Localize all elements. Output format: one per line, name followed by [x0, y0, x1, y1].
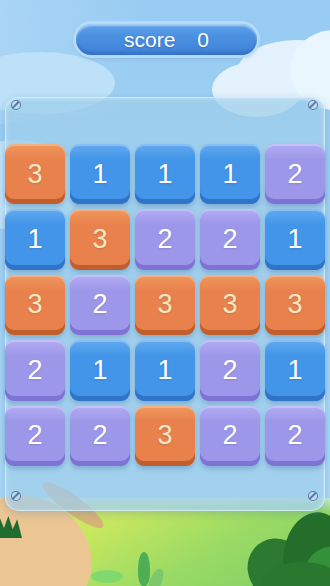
tile-r4c3-blue-1[interactable]: 1	[135, 340, 195, 400]
score-display: score 0	[76, 24, 257, 55]
board-panel: 3111213221323332112122322	[5, 97, 325, 511]
score-label: score	[124, 28, 175, 52]
grass-patch	[91, 570, 123, 583]
sprout-leaf	[138, 552, 150, 586]
tile-r3c2-purple-2[interactable]: 2	[70, 275, 130, 335]
score-value: 0	[197, 28, 209, 52]
screw-icon	[308, 100, 318, 110]
tile-r5c1-purple-2[interactable]: 2	[5, 406, 65, 466]
tile-r4c5-blue-1[interactable]: 1	[265, 340, 325, 400]
tile-r5c2-purple-2[interactable]: 2	[70, 406, 130, 466]
tile-r4c4-purple-2[interactable]: 2	[200, 340, 260, 400]
tile-r1c2-blue-1[interactable]: 1	[70, 144, 130, 204]
tile-r3c5-orange-3[interactable]: 3	[265, 275, 325, 335]
tile-r5c5-purple-2[interactable]: 2	[265, 406, 325, 466]
tile-r2c5-blue-1[interactable]: 1	[265, 209, 325, 269]
tile-r2c3-purple-2[interactable]: 2	[135, 209, 195, 269]
tile-r5c3-orange-3[interactable]: 3	[135, 406, 195, 466]
tile-r2c4-purple-2[interactable]: 2	[200, 209, 260, 269]
tile-r1c1-orange-3[interactable]: 3	[5, 144, 65, 204]
tile-r1c4-blue-1[interactable]: 1	[200, 144, 260, 204]
tile-r5c4-purple-2[interactable]: 2	[200, 406, 260, 466]
tile-r4c1-purple-2[interactable]: 2	[5, 340, 65, 400]
screw-icon	[308, 491, 318, 501]
tile-r2c2-orange-3[interactable]: 3	[70, 209, 130, 269]
screw-icon	[11, 100, 21, 110]
tile-r2c1-blue-1[interactable]: 1	[5, 209, 65, 269]
board-grid: 3111213221323332112122322	[5, 144, 325, 466]
tile-r3c1-orange-3[interactable]: 3	[5, 275, 65, 335]
tile-r3c3-orange-3[interactable]: 3	[135, 275, 195, 335]
tile-r3c4-orange-3[interactable]: 3	[200, 275, 260, 335]
tile-r1c5-purple-2[interactable]: 2	[265, 144, 325, 204]
screw-icon	[11, 491, 21, 501]
tile-r4c2-blue-1[interactable]: 1	[70, 340, 130, 400]
tile-r1c3-blue-1[interactable]: 1	[135, 144, 195, 204]
